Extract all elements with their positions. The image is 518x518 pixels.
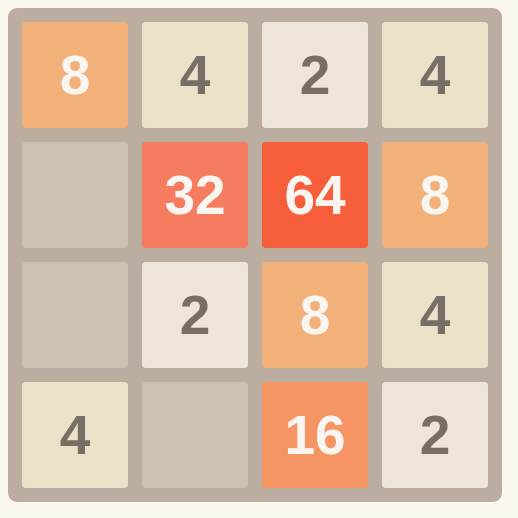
- tile-2: 2: [142, 262, 248, 368]
- empty-cell: [22, 262, 128, 368]
- tile-8: 8: [262, 262, 368, 368]
- tile-2: 2: [262, 22, 368, 128]
- tile-8: 8: [22, 22, 128, 128]
- game-board-2048[interactable]: 8424326482844162: [8, 8, 502, 502]
- tile-4: 4: [142, 22, 248, 128]
- empty-cell: [142, 382, 248, 488]
- tile-8: 8: [382, 142, 488, 248]
- tile-32: 32: [142, 142, 248, 248]
- empty-cell: [22, 142, 128, 248]
- tile-4: 4: [22, 382, 128, 488]
- tile-64: 64: [262, 142, 368, 248]
- tile-2: 2: [382, 382, 488, 488]
- page-background: 8424326482844162: [0, 0, 518, 518]
- tile-16: 16: [262, 382, 368, 488]
- tile-4: 4: [382, 262, 488, 368]
- tile-4: 4: [382, 22, 488, 128]
